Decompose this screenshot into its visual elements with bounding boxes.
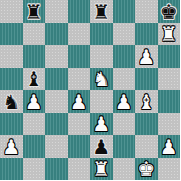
square-c7[interactable] [45,23,68,46]
square-b3[interactable] [23,113,46,136]
square-g7[interactable] [135,23,158,46]
piece-white-rook[interactable]: ♜ [92,158,110,180]
square-a5[interactable] [0,68,23,91]
piece-white-pawn[interactable]: ♟ [160,136,178,159]
square-h3[interactable] [158,113,181,136]
square-f8[interactable] [113,0,136,23]
square-c5[interactable] [45,68,68,91]
square-f6[interactable] [113,45,136,68]
square-g1[interactable]: ♚ [135,158,158,181]
square-f2[interactable] [113,135,136,158]
square-c1[interactable] [45,158,68,181]
square-h6[interactable] [158,45,181,68]
square-f5[interactable] [113,68,136,91]
square-b6[interactable] [23,45,46,68]
square-e2[interactable]: ♟ [90,135,113,158]
square-e6[interactable] [90,45,113,68]
square-e4[interactable] [90,90,113,113]
square-c3[interactable] [45,113,68,136]
square-h4[interactable] [158,90,181,113]
piece-black-king[interactable]: ♚ [160,1,178,24]
square-d4[interactable]: ♟ [68,90,91,113]
square-d2[interactable] [68,135,91,158]
piece-black-rook[interactable]: ♜ [25,1,43,24]
square-c8[interactable] [45,0,68,23]
square-g3[interactable] [135,113,158,136]
square-g5[interactable] [135,68,158,91]
square-g4[interactable]: ♝ [135,90,158,113]
square-c2[interactable] [45,135,68,158]
chess-board: ♜♜♚♜♟♝♞♞♟♟♟♝♟♟♟♟♜♚ [0,0,180,180]
square-f7[interactable] [113,23,136,46]
square-h5[interactable] [158,68,181,91]
square-h7[interactable]: ♜ [158,23,181,46]
square-d6[interactable] [68,45,91,68]
piece-white-king[interactable]: ♚ [137,158,155,180]
piece-white-pawn[interactable]: ♟ [92,113,110,136]
square-a2[interactable]: ♟ [0,135,23,158]
square-d1[interactable] [68,158,91,181]
piece-white-bishop[interactable]: ♝ [137,91,155,114]
piece-white-rook[interactable]: ♜ [160,23,178,46]
piece-white-pawn[interactable]: ♟ [2,136,20,159]
square-e8[interactable]: ♜ [90,0,113,23]
square-e7[interactable] [90,23,113,46]
square-d5[interactable] [68,68,91,91]
square-a7[interactable] [0,23,23,46]
square-a4[interactable]: ♞ [0,90,23,113]
square-b1[interactable] [23,158,46,181]
square-g6[interactable]: ♟ [135,45,158,68]
piece-white-pawn[interactable]: ♟ [70,91,88,114]
square-d8[interactable] [68,0,91,23]
square-b5[interactable]: ♝ [23,68,46,91]
piece-black-pawn[interactable]: ♟ [92,136,110,159]
square-d7[interactable] [68,23,91,46]
square-h8[interactable]: ♚ [158,0,181,23]
square-b2[interactable] [23,135,46,158]
square-f3[interactable] [113,113,136,136]
piece-white-knight[interactable]: ♞ [92,68,110,91]
square-b4[interactable]: ♟ [23,90,46,113]
piece-black-rook[interactable]: ♜ [92,1,110,24]
piece-black-bishop[interactable]: ♝ [25,68,43,91]
square-g2[interactable] [135,135,158,158]
piece-white-pawn[interactable]: ♟ [115,91,133,114]
square-e3[interactable]: ♟ [90,113,113,136]
square-e5[interactable]: ♞ [90,68,113,91]
square-e1[interactable]: ♜ [90,158,113,181]
piece-white-pawn[interactable]: ♟ [137,46,155,69]
square-f4[interactable]: ♟ [113,90,136,113]
square-f1[interactable] [113,158,136,181]
piece-white-pawn[interactable]: ♟ [25,91,43,114]
square-c6[interactable] [45,45,68,68]
square-a1[interactable] [0,158,23,181]
square-c4[interactable] [45,90,68,113]
square-g8[interactable] [135,0,158,23]
square-h1[interactable] [158,158,181,181]
square-b8[interactable]: ♜ [23,0,46,23]
square-d3[interactable] [68,113,91,136]
square-h2[interactable]: ♟ [158,135,181,158]
square-a6[interactable] [0,45,23,68]
square-a3[interactable] [0,113,23,136]
square-b7[interactable] [23,23,46,46]
piece-black-knight[interactable]: ♞ [2,91,20,114]
square-a8[interactable] [0,0,23,23]
